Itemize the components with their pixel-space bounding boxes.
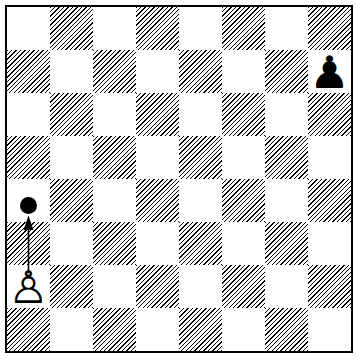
square-d1[interactable] (136, 308, 179, 351)
square-e2[interactable] (179, 265, 222, 308)
square-e4[interactable] (179, 179, 222, 222)
square-d7[interactable] (136, 50, 179, 93)
square-c7[interactable] (93, 50, 136, 93)
square-e3[interactable] (179, 222, 222, 265)
square-h5[interactable] (308, 136, 351, 179)
square-f3[interactable] (222, 222, 265, 265)
square-h1[interactable] (308, 308, 351, 351)
white-pawn[interactable]: ♙ (8, 265, 48, 308)
square-c2[interactable] (93, 265, 136, 308)
board-frame: ♟♙ (5, 5, 353, 353)
square-h7[interactable]: ♟ (308, 50, 351, 93)
square-a2[interactable]: ♙ (7, 265, 50, 308)
square-g6[interactable] (265, 93, 308, 136)
square-b7[interactable] (50, 50, 93, 93)
square-c3[interactable] (93, 222, 136, 265)
square-f6[interactable] (222, 93, 265, 136)
square-g7[interactable] (265, 50, 308, 93)
square-c8[interactable] (93, 7, 136, 50)
square-f4[interactable] (222, 179, 265, 222)
square-b1[interactable] (50, 308, 93, 351)
square-a1[interactable] (7, 308, 50, 351)
square-b6[interactable] (50, 93, 93, 136)
square-d4[interactable] (136, 179, 179, 222)
square-g4[interactable] (265, 179, 308, 222)
square-e1[interactable] (179, 308, 222, 351)
square-h3[interactable] (308, 222, 351, 265)
black-pawn[interactable]: ♟ (309, 50, 349, 93)
square-b4[interactable] (50, 179, 93, 222)
square-d2[interactable] (136, 265, 179, 308)
square-b3[interactable] (50, 222, 93, 265)
square-g2[interactable] (265, 265, 308, 308)
square-h6[interactable] (308, 93, 351, 136)
square-e5[interactable] (179, 136, 222, 179)
square-e7[interactable] (179, 50, 222, 93)
square-d3[interactable] (136, 222, 179, 265)
square-h8[interactable] (308, 7, 351, 50)
square-b5[interactable] (50, 136, 93, 179)
square-d8[interactable] (136, 7, 179, 50)
square-e8[interactable] (179, 7, 222, 50)
square-c6[interactable] (93, 93, 136, 136)
square-a4[interactable] (7, 179, 50, 222)
square-f7[interactable] (222, 50, 265, 93)
square-b8[interactable] (50, 7, 93, 50)
square-f1[interactable] (222, 308, 265, 351)
square-c5[interactable] (93, 136, 136, 179)
square-a5[interactable] (7, 136, 50, 179)
chess-board: ♟♙ (7, 7, 351, 351)
square-c4[interactable] (93, 179, 136, 222)
square-a8[interactable] (7, 7, 50, 50)
square-a6[interactable] (7, 93, 50, 136)
square-g5[interactable] (265, 136, 308, 179)
square-g1[interactable] (265, 308, 308, 351)
square-f5[interactable] (222, 136, 265, 179)
square-h2[interactable] (308, 265, 351, 308)
square-e6[interactable] (179, 93, 222, 136)
square-g8[interactable] (265, 7, 308, 50)
square-b2[interactable] (50, 265, 93, 308)
square-h4[interactable] (308, 179, 351, 222)
square-f2[interactable] (222, 265, 265, 308)
square-a3[interactable] (7, 222, 50, 265)
square-c1[interactable] (93, 308, 136, 351)
square-d5[interactable] (136, 136, 179, 179)
square-d6[interactable] (136, 93, 179, 136)
square-a7[interactable] (7, 50, 50, 93)
square-f8[interactable] (222, 7, 265, 50)
square-g3[interactable] (265, 222, 308, 265)
chess-diagram: ♟♙ (0, 0, 356, 360)
